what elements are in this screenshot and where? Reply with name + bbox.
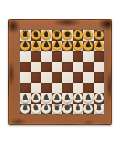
- square-f6[interactable]: [73, 51, 84, 62]
- square-g5[interactable]: [83, 62, 94, 73]
- white-king-glyph: ♚: [63, 103, 71, 112]
- black-pawn-glyph: ♟: [63, 40, 71, 49]
- black-bishop-glyph: ♝: [74, 30, 82, 39]
- square-d1[interactable]: ♛: [52, 104, 63, 115]
- black-pawn-glyph: ♟: [84, 40, 92, 49]
- square-c5[interactable]: [41, 62, 52, 73]
- black-bishop-glyph: ♝: [42, 30, 50, 39]
- piece-white-bishop: ♝: [41, 104, 51, 114]
- white-rook-glyph: ♜: [21, 103, 29, 112]
- square-a5[interactable]: [20, 62, 31, 73]
- black-knight-glyph: ♞: [32, 30, 40, 39]
- piece-black-pawn: ♟: [41, 41, 51, 51]
- white-knight-glyph: ♞: [32, 103, 40, 112]
- black-knight-glyph: ♞: [84, 30, 92, 39]
- black-pawn-glyph: ♟: [95, 40, 103, 49]
- white-knight-glyph: ♞: [84, 103, 92, 112]
- black-pawn-glyph: ♟: [21, 40, 29, 49]
- square-b5[interactable]: [31, 62, 42, 73]
- square-e4[interactable]: [62, 72, 73, 83]
- white-pawn-glyph: ♟: [95, 93, 103, 102]
- black-rook-glyph: ♜: [95, 30, 103, 39]
- black-pawn-glyph: ♟: [53, 40, 61, 49]
- square-g6[interactable]: [83, 51, 94, 62]
- square-f1[interactable]: ♝: [73, 104, 84, 115]
- square-g7[interactable]: ♟: [83, 41, 94, 52]
- square-d4[interactable]: [52, 72, 63, 83]
- white-pawn-glyph: ♟: [63, 93, 71, 102]
- black-pawn-glyph: ♟: [74, 40, 82, 49]
- square-a7[interactable]: ♟: [20, 41, 31, 52]
- piece-white-rook: ♜: [20, 104, 30, 114]
- square-f4[interactable]: [73, 72, 84, 83]
- board-grid: ♜♞♝♛♚♝♞♜♟♟♟♟♟♟♟♟♟♟♟♟♟♟♟♟♜♞♝♛♚♝♞♜: [19, 29, 105, 115]
- white-queen-glyph: ♛: [53, 103, 61, 112]
- piece-white-king: ♚: [62, 104, 72, 114]
- square-b7[interactable]: ♟: [31, 41, 42, 52]
- square-a4[interactable]: [20, 72, 31, 83]
- white-pawn-glyph: ♟: [42, 93, 50, 102]
- black-king-glyph: ♚: [63, 30, 71, 39]
- piece-black-pawn: ♟: [94, 41, 104, 51]
- piece-white-queen: ♛: [52, 104, 62, 114]
- square-e6[interactable]: [62, 51, 73, 62]
- white-bishop-glyph: ♝: [42, 103, 50, 112]
- square-f5[interactable]: [73, 62, 84, 73]
- piece-black-pawn: ♟: [83, 41, 93, 51]
- square-h4[interactable]: [94, 72, 105, 83]
- black-pawn-glyph: ♟: [32, 40, 40, 49]
- piece-black-pawn: ♟: [52, 41, 62, 51]
- square-e7[interactable]: ♟: [62, 41, 73, 52]
- square-c7[interactable]: ♟: [41, 41, 52, 52]
- square-f7[interactable]: ♟: [73, 41, 84, 52]
- white-pawn-glyph: ♟: [21, 93, 29, 102]
- black-queen-glyph: ♛: [53, 30, 61, 39]
- square-d7[interactable]: ♟: [52, 41, 63, 52]
- square-h7[interactable]: ♟: [94, 41, 105, 52]
- piece-black-pawn: ♟: [20, 41, 30, 51]
- white-bishop-glyph: ♝: [74, 103, 82, 112]
- square-e5[interactable]: [62, 62, 73, 73]
- square-g1[interactable]: ♞: [83, 104, 94, 115]
- photo-background: { "game": "chess", "position": { "fen": …: [0, 0, 120, 144]
- square-g4[interactable]: [83, 72, 94, 83]
- square-c4[interactable]: [41, 72, 52, 83]
- white-pawn-glyph: ♟: [84, 93, 92, 102]
- black-pawn-glyph: ♟: [42, 40, 50, 49]
- square-h5[interactable]: [94, 62, 105, 73]
- piece-white-bishop: ♝: [73, 104, 83, 114]
- square-c1[interactable]: ♝: [41, 104, 52, 115]
- piece-black-pawn: ♟: [73, 41, 83, 51]
- square-b4[interactable]: [31, 72, 42, 83]
- piece-white-knight: ♞: [31, 104, 41, 114]
- white-pawn-glyph: ♟: [32, 93, 40, 102]
- square-h1[interactable]: ♜: [94, 104, 105, 115]
- square-d6[interactable]: [52, 51, 63, 62]
- square-d5[interactable]: [52, 62, 63, 73]
- piece-black-pawn: ♟: [31, 41, 41, 51]
- black-rook-glyph: ♜: [21, 30, 29, 39]
- square-c6[interactable]: [41, 51, 52, 62]
- piece-white-knight: ♞: [83, 104, 93, 114]
- square-a1[interactable]: ♜: [20, 104, 31, 115]
- piece-black-pawn: ♟: [62, 41, 72, 51]
- square-h6[interactable]: [94, 51, 105, 62]
- square-b1[interactable]: ♞: [31, 104, 42, 115]
- square-e1[interactable]: ♚: [62, 104, 73, 115]
- square-a6[interactable]: [20, 51, 31, 62]
- white-pawn-glyph: ♟: [53, 93, 61, 102]
- white-rook-glyph: ♜: [95, 103, 103, 112]
- piece-white-rook: ♜: [94, 104, 104, 114]
- square-b6[interactable]: [31, 51, 42, 62]
- chess-board: ♜♞♝♛♚♝♞♜♟♟♟♟♟♟♟♟♟♟♟♟♟♟♟♟♜♞♝♛♚♝♞♜: [8, 19, 112, 125]
- white-pawn-glyph: ♟: [74, 93, 82, 102]
